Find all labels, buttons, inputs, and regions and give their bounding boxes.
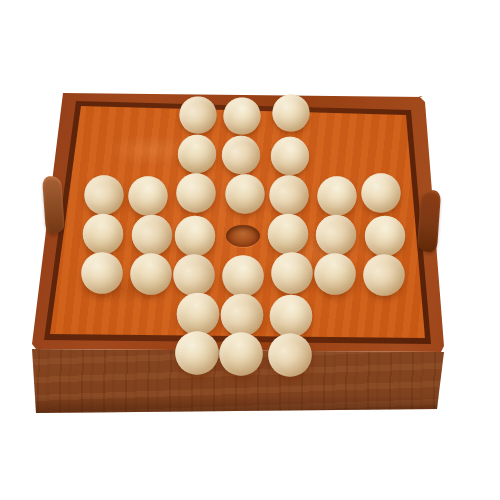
board-cell-offboard — [359, 294, 406, 334]
board-cell-offboard — [127, 94, 174, 134]
board-cell — [173, 294, 220, 334]
board-cell — [173, 94, 220, 134]
board-cell — [173, 214, 220, 254]
board-cell — [80, 254, 127, 294]
peg-ball[interactable] — [314, 253, 355, 294]
board-cell — [127, 214, 174, 254]
board-cell — [173, 134, 220, 174]
peg-ball[interactable] — [269, 175, 308, 214]
board-cell-offboard — [127, 294, 174, 334]
board-cell — [266, 174, 313, 214]
board-cell — [173, 254, 220, 294]
board-cell — [220, 94, 267, 134]
board-cell — [173, 334, 220, 374]
peg-ball[interactable] — [268, 333, 312, 377]
board-cell-offboard — [313, 334, 360, 374]
board-cell — [220, 334, 267, 374]
board-cell-offboard — [80, 134, 127, 174]
board-cell — [127, 174, 174, 214]
peg-ball[interactable] — [180, 96, 217, 133]
peg-ball[interactable] — [270, 137, 308, 175]
board-cell — [220, 254, 267, 294]
board-cell — [173, 174, 220, 214]
board-cell — [359, 254, 406, 294]
peg-ball[interactable] — [82, 252, 123, 293]
peg-ball[interactable] — [222, 136, 260, 174]
peg-ball[interactable] — [316, 215, 356, 255]
peg-ball[interactable] — [178, 135, 216, 173]
board-cell — [313, 254, 360, 294]
peg-ball[interactable] — [223, 97, 260, 134]
board-cell — [266, 334, 313, 374]
board-cell — [266, 254, 313, 294]
peg-ball[interactable] — [177, 173, 216, 212]
lid-notch-right — [417, 189, 441, 252]
board-cell-offboard — [313, 294, 360, 334]
board-cell — [220, 294, 267, 334]
peg-ball[interactable] — [83, 214, 123, 254]
peg-ball[interactable] — [222, 255, 263, 296]
board-cell-offboard — [80, 334, 127, 374]
peg-ball[interactable] — [269, 295, 312, 338]
board-cell — [80, 214, 127, 254]
peg-ball[interactable] — [175, 216, 215, 256]
board-cell-offboard — [359, 134, 406, 174]
peg-ball[interactable] — [128, 176, 167, 215]
board-cell-offboard — [359, 94, 406, 134]
peg-ball[interactable] — [267, 214, 307, 254]
board-cell-offboard — [313, 94, 360, 134]
peg-ball[interactable] — [176, 331, 220, 375]
board-cell-offboard — [313, 134, 360, 174]
board-cell-offboard — [80, 94, 127, 134]
product-photo-stage — [0, 0, 500, 500]
peg-ball[interactable] — [317, 176, 356, 215]
board-cell — [313, 214, 360, 254]
lid-notch-left — [42, 175, 65, 234]
board-cell — [80, 174, 127, 214]
empty-hole[interactable] — [226, 225, 260, 247]
board-cell — [266, 134, 313, 174]
peg-ball[interactable] — [272, 94, 309, 131]
peg-ball[interactable] — [130, 253, 171, 294]
peg-ball[interactable] — [271, 252, 312, 293]
board-cell — [266, 294, 313, 334]
board-cell — [127, 254, 174, 294]
peg-ball[interactable] — [361, 173, 400, 212]
board-cell-offboard — [127, 134, 174, 174]
board-cell — [266, 214, 313, 254]
peg-ball[interactable] — [177, 293, 220, 336]
board-cell — [220, 134, 267, 174]
peg-ball[interactable] — [219, 332, 263, 376]
peg-ball[interactable] — [174, 254, 215, 295]
board-cell — [220, 174, 267, 214]
board-cell — [266, 94, 313, 134]
peg-ball[interactable] — [132, 215, 172, 255]
board-grid — [80, 94, 406, 313]
board-cell-offboard — [80, 294, 127, 334]
peg-ball[interactable] — [225, 174, 264, 213]
peg-ball[interactable] — [85, 175, 124, 214]
board-cell-offboard — [359, 334, 406, 374]
peg-ball[interactable] — [221, 294, 264, 337]
board-cell — [359, 214, 406, 254]
board-cell — [313, 174, 360, 214]
peg-ball[interactable] — [363, 254, 404, 295]
board-cell-offboard — [127, 334, 174, 374]
front-bottom-shadow — [0, 396, 500, 416]
board-cell — [220, 214, 267, 254]
peg-ball[interactable] — [365, 216, 405, 256]
board-cell — [359, 174, 406, 214]
